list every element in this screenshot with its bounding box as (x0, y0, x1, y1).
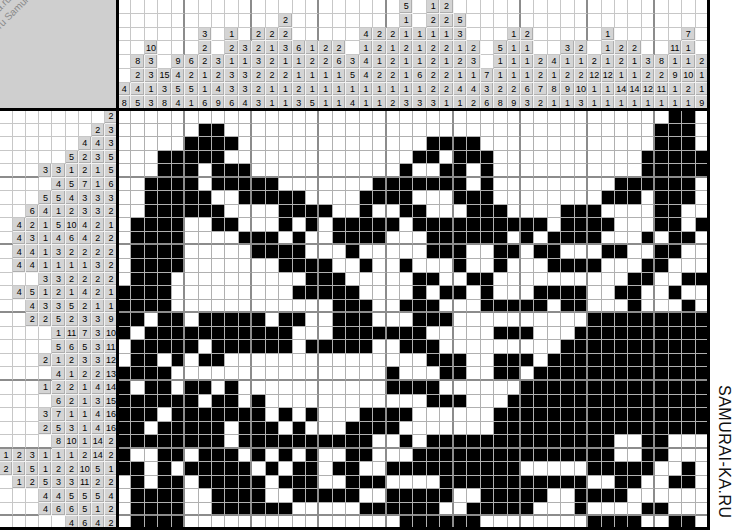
board-cell-empty[interactable] (655, 273, 668, 287)
board-cell-filled[interactable] (575, 232, 588, 246)
board-cell-filled[interactable] (118, 367, 131, 381)
board-cell-filled[interactable] (682, 422, 695, 436)
board-cell-empty[interactable] (252, 137, 265, 151)
board-cell-empty[interactable] (521, 110, 534, 124)
board-cell-filled[interactable] (481, 178, 494, 192)
board-cell-empty[interactable] (588, 503, 601, 517)
board-cell-filled[interactable] (279, 327, 292, 341)
board-cell-filled[interactable] (212, 503, 225, 517)
board-cell-empty[interactable] (534, 178, 547, 192)
board-cell-empty[interactable] (373, 381, 386, 395)
board-cell-empty[interactable] (225, 273, 238, 287)
board-cell-empty[interactable] (561, 164, 574, 178)
board-cell-filled[interactable] (212, 205, 225, 219)
board-cell-filled[interactable] (548, 232, 561, 246)
board-cell-filled[interactable] (481, 218, 494, 232)
board-cell-empty[interactable] (400, 395, 413, 409)
board-cell-empty[interactable] (628, 449, 641, 463)
board-cell-filled[interactable] (682, 462, 695, 476)
board-cell-empty[interactable] (628, 503, 641, 517)
board-cell-filled[interactable] (615, 245, 628, 259)
board-cell-filled[interactable] (669, 124, 682, 138)
board-cell-filled[interactable] (212, 354, 225, 368)
board-cell-filled[interactable] (427, 435, 440, 449)
board-cell-filled[interactable] (642, 164, 655, 178)
board-cell-filled[interactable] (387, 422, 400, 436)
board-cell-filled[interactable] (319, 286, 332, 300)
board-cell-filled[interactable] (333, 340, 346, 354)
board-cell-filled[interactable] (118, 422, 131, 436)
board-cell-empty[interactable] (494, 313, 507, 327)
board-cell-empty[interactable] (521, 313, 534, 327)
board-cell-filled[interactable] (252, 313, 265, 327)
board-cell-filled[interactable] (494, 259, 507, 273)
board-cell-filled[interactable] (615, 286, 628, 300)
board-cell-filled[interactable] (118, 327, 131, 341)
board-cell-filled[interactable] (306, 408, 319, 422)
board-cell-filled[interactable] (413, 151, 426, 165)
board-cell-filled[interactable] (360, 232, 373, 246)
board-cell-empty[interactable] (481, 137, 494, 151)
board-cell-filled[interactable] (413, 340, 426, 354)
board-cell-filled[interactable] (279, 435, 292, 449)
board-cell-empty[interactable] (588, 286, 601, 300)
board-cell-empty[interactable] (602, 476, 615, 490)
board-cell-empty[interactable] (373, 340, 386, 354)
board-cell-filled[interactable] (521, 476, 534, 490)
board-cell-filled[interactable] (481, 191, 494, 205)
board-cell-empty[interactable] (279, 489, 292, 503)
board-cell-empty[interactable] (400, 313, 413, 327)
board-cell-filled[interactable] (252, 503, 265, 517)
board-cell-empty[interactable] (588, 245, 601, 259)
board-cell-filled[interactable] (346, 327, 359, 341)
board-cell-filled[interactable] (454, 164, 467, 178)
board-cell-filled[interactable] (575, 354, 588, 368)
board-cell-empty[interactable] (642, 205, 655, 219)
board-cell-filled[interactable] (145, 395, 158, 409)
board-cell-empty[interactable] (306, 354, 319, 368)
board-cell-filled[interactable] (199, 435, 212, 449)
board-cell-filled[interactable] (172, 340, 185, 354)
board-cell-filled[interactable] (548, 449, 561, 463)
board-cell-empty[interactable] (413, 476, 426, 490)
board-cell-filled[interactable] (212, 462, 225, 476)
board-cell-empty[interactable] (467, 124, 480, 138)
board-cell-empty[interactable] (467, 340, 480, 354)
board-cell-empty[interactable] (548, 327, 561, 341)
board-cell-empty[interactable] (427, 327, 440, 341)
board-cell-filled[interactable] (400, 462, 413, 476)
board-cell-empty[interactable] (172, 110, 185, 124)
board-cell-empty[interactable] (266, 124, 279, 138)
board-cell-empty[interactable] (131, 124, 144, 138)
board-cell-empty[interactable] (118, 245, 131, 259)
board-cell-filled[interactable] (185, 151, 198, 165)
board-cell-filled[interactable] (602, 489, 615, 503)
board-cell-filled[interactable] (118, 381, 131, 395)
board-cell-empty[interactable] (239, 449, 252, 463)
board-cell-filled[interactable] (118, 395, 131, 409)
board-cell-empty[interactable] (279, 422, 292, 436)
board-cell-filled[interactable] (548, 422, 561, 436)
board-cell-filled[interactable] (481, 205, 494, 219)
board-cell-empty[interactable] (346, 395, 359, 409)
board-cell-filled[interactable] (158, 503, 171, 517)
board-cell-empty[interactable] (467, 327, 480, 341)
board-cell-empty[interactable] (252, 205, 265, 219)
board-cell-filled[interactable] (172, 205, 185, 219)
board-cell-filled[interactable] (172, 327, 185, 341)
board-cell-filled[interactable] (400, 503, 413, 517)
board-cell-empty[interactable] (628, 124, 641, 138)
board-cell-filled[interactable] (225, 503, 238, 517)
board-cell-empty[interactable] (481, 340, 494, 354)
board-cell-filled[interactable] (158, 381, 171, 395)
board-cell-filled[interactable] (494, 408, 507, 422)
board-cell-empty[interactable] (669, 503, 682, 517)
board-cell-empty[interactable] (306, 381, 319, 395)
board-cell-empty[interactable] (333, 205, 346, 219)
board-cell-empty[interactable] (118, 205, 131, 219)
board-cell-filled[interactable] (333, 435, 346, 449)
board-cell-empty[interactable] (481, 381, 494, 395)
board-cell-empty[interactable] (655, 232, 668, 246)
board-cell-empty[interactable] (333, 124, 346, 138)
board-cell-empty[interactable] (682, 435, 695, 449)
board-cell-empty[interactable] (373, 286, 386, 300)
board-cell-filled[interactable] (561, 367, 574, 381)
board-cell-empty[interactable] (199, 245, 212, 259)
board-cell-filled[interactable] (252, 232, 265, 246)
board-cell-empty[interactable] (534, 354, 547, 368)
board-cell-filled[interactable] (642, 395, 655, 409)
board-cell-filled[interactable] (387, 327, 400, 341)
board-cell-filled[interactable] (669, 313, 682, 327)
board-cell-empty[interactable] (413, 232, 426, 246)
board-cell-empty[interactable] (508, 164, 521, 178)
board-cell-empty[interactable] (333, 422, 346, 436)
board-cell-empty[interactable] (615, 435, 628, 449)
board-cell-empty[interactable] (588, 300, 601, 314)
board-cell-empty[interactable] (172, 462, 185, 476)
board-cell-empty[interactable] (199, 218, 212, 232)
board-cell-filled[interactable] (185, 408, 198, 422)
board-cell-empty[interactable] (333, 367, 346, 381)
board-cell-empty[interactable] (534, 232, 547, 246)
board-cell-empty[interactable] (588, 191, 601, 205)
board-cell-filled[interactable] (642, 381, 655, 395)
board-cell-filled[interactable] (387, 381, 400, 395)
board-cell-empty[interactable] (360, 124, 373, 138)
board-cell-empty[interactable] (454, 110, 467, 124)
board-cell-empty[interactable] (534, 164, 547, 178)
board-cell-filled[interactable] (185, 164, 198, 178)
board-cell-filled[interactable] (440, 354, 453, 368)
board-cell-empty[interactable] (373, 259, 386, 273)
board-cell-empty[interactable] (239, 300, 252, 314)
board-cell-filled[interactable] (669, 164, 682, 178)
board-cell-filled[interactable] (440, 395, 453, 409)
board-cell-empty[interactable] (508, 286, 521, 300)
board-cell-filled[interactable] (427, 503, 440, 517)
board-cell-empty[interactable] (185, 286, 198, 300)
board-cell-empty[interactable] (373, 367, 386, 381)
board-cell-empty[interactable] (185, 503, 198, 517)
board-cell-filled[interactable] (602, 381, 615, 395)
board-cell-empty[interactable] (440, 327, 453, 341)
board-cell-filled[interactable] (588, 449, 601, 463)
board-cell-empty[interactable] (521, 462, 534, 476)
board-cell-filled[interactable] (615, 367, 628, 381)
board-cell-filled[interactable] (131, 422, 144, 436)
board-cell-empty[interactable] (534, 151, 547, 165)
board-cell-empty[interactable] (346, 110, 359, 124)
board-cell-empty[interactable] (521, 367, 534, 381)
board-cell-empty[interactable] (467, 367, 480, 381)
board-cell-empty[interactable] (427, 422, 440, 436)
board-cell-empty[interactable] (534, 191, 547, 205)
board-cell-filled[interactable] (145, 340, 158, 354)
board-cell-empty[interactable] (360, 110, 373, 124)
board-cell-empty[interactable] (588, 273, 601, 287)
board-cell-empty[interactable] (454, 422, 467, 436)
board-cell-filled[interactable] (440, 164, 453, 178)
board-cell-filled[interactable] (158, 164, 171, 178)
board-cell-filled[interactable] (655, 137, 668, 151)
board-cell-empty[interactable] (467, 164, 480, 178)
board-cell-filled[interactable] (655, 381, 668, 395)
board-cell-empty[interactable] (628, 137, 641, 151)
board-cell-empty[interactable] (266, 354, 279, 368)
board-cell-filled[interactable] (628, 367, 641, 381)
board-cell-empty[interactable] (131, 449, 144, 463)
board-cell-empty[interactable] (199, 300, 212, 314)
board-cell-filled[interactable] (266, 340, 279, 354)
board-cell-empty[interactable] (333, 164, 346, 178)
board-cell-empty[interactable] (615, 503, 628, 517)
board-cell-filled[interactable] (360, 435, 373, 449)
board-cell-filled[interactable] (400, 408, 413, 422)
board-cell-empty[interactable] (440, 110, 453, 124)
board-cell-filled[interactable] (279, 408, 292, 422)
board-cell-filled[interactable] (548, 259, 561, 273)
board-cell-filled[interactable] (655, 164, 668, 178)
board-cell-empty[interactable] (373, 124, 386, 138)
board-cell-empty[interactable] (306, 503, 319, 517)
board-cell-empty[interactable] (373, 435, 386, 449)
board-cell-filled[interactable] (534, 300, 547, 314)
board-cell-filled[interactable] (413, 178, 426, 192)
board-cell-filled[interactable] (212, 422, 225, 436)
board-cell-empty[interactable] (387, 205, 400, 219)
board-cell-filled[interactable] (225, 340, 238, 354)
board-cell-empty[interactable] (212, 381, 225, 395)
board-cell-filled[interactable] (561, 476, 574, 490)
board-cell-filled[interactable] (252, 340, 265, 354)
board-cell-filled[interactable] (602, 462, 615, 476)
board-cell-filled[interactable] (508, 367, 521, 381)
board-cell-filled[interactable] (225, 327, 238, 341)
board-cell-empty[interactable] (602, 286, 615, 300)
board-cell-filled[interactable] (360, 313, 373, 327)
board-cell-filled[interactable] (481, 300, 494, 314)
board-cell-filled[interactable] (655, 408, 668, 422)
board-cell-filled[interactable] (561, 354, 574, 368)
board-cell-filled[interactable] (534, 449, 547, 463)
board-cell-filled[interactable] (628, 381, 641, 395)
board-cell-filled[interactable] (575, 367, 588, 381)
board-cell-filled[interactable] (225, 476, 238, 490)
board-cell-filled[interactable] (427, 245, 440, 259)
board-cell-empty[interactable] (467, 395, 480, 409)
board-cell-empty[interactable] (225, 300, 238, 314)
board-cell-filled[interactable] (373, 327, 386, 341)
board-cell-empty[interactable] (615, 137, 628, 151)
board-cell-filled[interactable] (494, 367, 507, 381)
board-cell-empty[interactable] (319, 395, 332, 409)
board-cell-filled[interactable] (534, 245, 547, 259)
board-cell-empty[interactable] (279, 151, 292, 165)
board-cell-empty[interactable] (440, 259, 453, 273)
board-cell-empty[interactable] (212, 300, 225, 314)
board-cell-filled[interactable] (454, 449, 467, 463)
board-cell-empty[interactable] (225, 110, 238, 124)
board-cell-filled[interactable] (427, 151, 440, 165)
board-cell-empty[interactable] (185, 259, 198, 273)
board-cell-filled[interactable] (413, 300, 426, 314)
board-cell-empty[interactable] (454, 408, 467, 422)
board-cell-filled[interactable] (548, 408, 561, 422)
board-cell-filled[interactable] (360, 422, 373, 436)
board-cell-empty[interactable] (346, 124, 359, 138)
board-cell-empty[interactable] (306, 313, 319, 327)
board-cell-empty[interactable] (508, 151, 521, 165)
board-cell-filled[interactable] (669, 205, 682, 219)
board-cell-filled[interactable] (642, 367, 655, 381)
board-cell-empty[interactable] (252, 259, 265, 273)
board-cell-filled[interactable] (628, 191, 641, 205)
board-cell-empty[interactable] (655, 110, 668, 124)
board-cell-filled[interactable] (682, 313, 695, 327)
board-cell-filled[interactable] (413, 503, 426, 517)
board-cell-filled[interactable] (682, 476, 695, 490)
board-cell-filled[interactable] (400, 300, 413, 314)
board-cell-filled[interactable] (212, 435, 225, 449)
board-cell-filled[interactable] (655, 395, 668, 409)
board-cell-empty[interactable] (346, 273, 359, 287)
board-cell-empty[interactable] (225, 367, 238, 381)
board-cell-empty[interactable] (333, 151, 346, 165)
board-cell-filled[interactable] (131, 354, 144, 368)
board-cell-filled[interactable] (293, 286, 306, 300)
board-cell-filled[interactable] (508, 503, 521, 517)
board-cell-filled[interactable] (628, 422, 641, 436)
board-cell-empty[interactable] (575, 151, 588, 165)
board-cell-filled[interactable] (319, 340, 332, 354)
board-cell-empty[interactable] (615, 218, 628, 232)
board-cell-filled[interactable] (588, 327, 601, 341)
board-cell-empty[interactable] (293, 327, 306, 341)
board-cell-filled[interactable] (655, 124, 668, 138)
board-cell-empty[interactable] (642, 286, 655, 300)
board-cell-filled[interactable] (279, 476, 292, 490)
board-cell-filled[interactable] (602, 395, 615, 409)
board-cell-filled[interactable] (306, 340, 319, 354)
board-cell-filled[interactable] (118, 449, 131, 463)
board-cell-empty[interactable] (467, 300, 480, 314)
board-cell-filled[interactable] (306, 286, 319, 300)
board-cell-empty[interactable] (225, 422, 238, 436)
board-cell-empty[interactable] (400, 218, 413, 232)
board-cell-filled[interactable] (494, 489, 507, 503)
board-cell-filled[interactable] (454, 476, 467, 490)
board-cell-filled[interactable] (199, 354, 212, 368)
board-cell-filled[interactable] (131, 286, 144, 300)
board-cell-empty[interactable] (266, 137, 279, 151)
board-cell-filled[interactable] (481, 273, 494, 287)
board-cell-filled[interactable] (373, 503, 386, 517)
board-cell-empty[interactable] (387, 232, 400, 246)
board-cell-filled[interactable] (279, 449, 292, 463)
board-cell-filled[interactable] (427, 340, 440, 354)
board-cell-empty[interactable] (548, 164, 561, 178)
board-cell-filled[interactable] (279, 259, 292, 273)
board-cell-filled[interactable] (306, 273, 319, 287)
board-cell-filled[interactable] (682, 273, 695, 287)
board-cell-filled[interactable] (172, 151, 185, 165)
board-cell-filled[interactable] (118, 300, 131, 314)
board-cell-empty[interactable] (266, 218, 279, 232)
board-cell-empty[interactable] (602, 503, 615, 517)
board-cell-empty[interactable] (293, 395, 306, 409)
board-cell-filled[interactable] (252, 245, 265, 259)
board-cell-filled[interactable] (427, 354, 440, 368)
board-cell-empty[interactable] (279, 273, 292, 287)
board-cell-empty[interactable] (266, 286, 279, 300)
board-cell-empty[interactable] (682, 245, 695, 259)
board-cell-filled[interactable] (440, 435, 453, 449)
board-cell-filled[interactable] (534, 218, 547, 232)
board-cell-empty[interactable] (602, 137, 615, 151)
board-cell-empty[interactable] (279, 232, 292, 246)
board-cell-filled[interactable] (252, 422, 265, 436)
board-cell-empty[interactable] (199, 395, 212, 409)
board-cell-filled[interactable] (682, 124, 695, 138)
board-cell-empty[interactable] (293, 124, 306, 138)
board-cell-filled[interactable] (185, 327, 198, 341)
board-cell-filled[interactable] (561, 422, 574, 436)
board-cell-filled[interactable] (427, 232, 440, 246)
board-cell-empty[interactable] (293, 137, 306, 151)
board-cell-filled[interactable] (131, 218, 144, 232)
board-cell-empty[interactable] (212, 110, 225, 124)
board-cell-empty[interactable] (467, 313, 480, 327)
board-cell-empty[interactable] (521, 286, 534, 300)
board-cell-filled[interactable] (521, 300, 534, 314)
board-cell-empty[interactable] (467, 408, 480, 422)
board-cell-empty[interactable] (158, 110, 171, 124)
board-cell-empty[interactable] (158, 354, 171, 368)
board-cell-empty[interactable] (266, 449, 279, 463)
board-cell-empty[interactable] (588, 137, 601, 151)
board-cell-filled[interactable] (400, 340, 413, 354)
board-cell-empty[interactable] (373, 449, 386, 463)
board-cell-empty[interactable] (199, 367, 212, 381)
board-cell-empty[interactable] (628, 218, 641, 232)
board-cell-empty[interactable] (548, 137, 561, 151)
board-cell-empty[interactable] (333, 381, 346, 395)
